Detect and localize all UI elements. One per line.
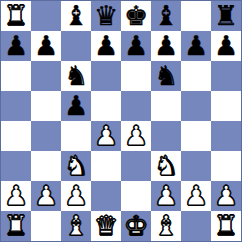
white-queen-piece[interactable]: ♛: [94, 212, 118, 239]
square-e1[interactable]: ♚: [121, 211, 151, 241]
square-f1[interactable]: ♝: [151, 211, 181, 241]
white-pawn-piece[interactable]: ♟: [154, 182, 178, 209]
square-d6[interactable]: [91, 61, 121, 91]
white-rook-piece[interactable]: ♜: [4, 2, 28, 29]
square-h2[interactable]: ♟: [211, 181, 241, 211]
white-bishop-piece[interactable]: ♝: [154, 212, 178, 239]
square-g4[interactable]: [181, 121, 211, 151]
black-pawn-piece[interactable]: ♟: [4, 32, 28, 59]
black-pawn-piece[interactable]: ♟: [154, 32, 178, 59]
white-pawn-piece[interactable]: ♟: [184, 182, 208, 209]
square-c7[interactable]: [61, 31, 91, 61]
square-d8[interactable]: ♛: [91, 1, 121, 31]
square-d2[interactable]: [91, 181, 121, 211]
square-b1[interactable]: [31, 211, 61, 241]
black-pawn-piece[interactable]: ♟: [214, 32, 238, 59]
square-b3[interactable]: [31, 151, 61, 181]
white-rook-piece[interactable]: ♜: [4, 212, 28, 239]
square-g5[interactable]: [181, 91, 211, 121]
square-h6[interactable]: [211, 61, 241, 91]
square-a7[interactable]: ♟: [1, 31, 31, 61]
square-e5[interactable]: [121, 91, 151, 121]
square-c1[interactable]: ♝: [61, 211, 91, 241]
square-b5[interactable]: [31, 91, 61, 121]
black-pawn-piece[interactable]: ♟: [64, 92, 88, 119]
square-h8[interactable]: ♜: [211, 1, 241, 31]
square-e4[interactable]: ♟: [121, 121, 151, 151]
white-pawn-piece[interactable]: ♟: [124, 122, 148, 149]
square-c4[interactable]: [61, 121, 91, 151]
square-c5[interactable]: ♟: [61, 91, 91, 121]
white-rook-piece[interactable]: ♜: [214, 212, 238, 239]
square-c8[interactable]: ♝: [61, 1, 91, 31]
white-pawn-piece[interactable]: ♟: [94, 122, 118, 149]
square-g3[interactable]: [181, 151, 211, 181]
square-b6[interactable]: [31, 61, 61, 91]
white-pawn-piece[interactable]: ♟: [34, 182, 58, 209]
square-g8[interactable]: [181, 1, 211, 31]
square-d4[interactable]: ♟: [91, 121, 121, 151]
square-f6[interactable]: ♞: [151, 61, 181, 91]
white-bishop-piece[interactable]: ♝: [64, 212, 88, 239]
black-rook-piece[interactable]: ♜: [214, 2, 238, 29]
square-h3[interactable]: [211, 151, 241, 181]
square-e3[interactable]: [121, 151, 151, 181]
square-g1[interactable]: [181, 211, 211, 241]
black-knight-piece[interactable]: ♞: [64, 62, 88, 89]
square-c2[interactable]: ♟: [61, 181, 91, 211]
square-b7[interactable]: ♟: [31, 31, 61, 61]
black-pawn-piece[interactable]: ♟: [94, 32, 118, 59]
square-d3[interactable]: [91, 151, 121, 181]
chess-board: ♜♝♛♚♝♜♟♟♟♟♟♟♟♞♞♟♟♟♞♞♟♟♟♟♟♟♜♝♛♚♝♜: [0, 0, 242, 242]
square-c6[interactable]: ♞: [61, 61, 91, 91]
square-f4[interactable]: [151, 121, 181, 151]
square-g6[interactable]: [181, 61, 211, 91]
black-pawn-piece[interactable]: ♟: [34, 32, 58, 59]
square-g7[interactable]: ♟: [181, 31, 211, 61]
square-h5[interactable]: [211, 91, 241, 121]
square-f5[interactable]: [151, 91, 181, 121]
square-b4[interactable]: [31, 121, 61, 151]
square-d7[interactable]: ♟: [91, 31, 121, 61]
black-pawn-piece[interactable]: ♟: [124, 32, 148, 59]
square-f8[interactable]: ♝: [151, 1, 181, 31]
square-a4[interactable]: [1, 121, 31, 151]
square-a2[interactable]: ♟: [1, 181, 31, 211]
square-a6[interactable]: [1, 61, 31, 91]
black-pawn-piece[interactable]: ♟: [184, 32, 208, 59]
square-a3[interactable]: [1, 151, 31, 181]
square-f3[interactable]: ♞: [151, 151, 181, 181]
white-king-piece[interactable]: ♚: [124, 212, 148, 239]
square-f7[interactable]: ♟: [151, 31, 181, 61]
square-c3[interactable]: ♞: [61, 151, 91, 181]
square-e2[interactable]: [121, 181, 151, 211]
square-h4[interactable]: [211, 121, 241, 151]
black-knight-piece[interactable]: ♞: [154, 62, 178, 89]
square-e6[interactable]: [121, 61, 151, 91]
white-pawn-piece[interactable]: ♟: [64, 182, 88, 209]
square-b2[interactable]: ♟: [31, 181, 61, 211]
square-f2[interactable]: ♟: [151, 181, 181, 211]
square-d1[interactable]: ♛: [91, 211, 121, 241]
black-bishop-piece[interactable]: ♝: [154, 2, 178, 29]
black-bishop-piece[interactable]: ♝: [64, 2, 88, 29]
white-knight-piece[interactable]: ♞: [154, 152, 178, 179]
square-h7[interactable]: ♟: [211, 31, 241, 61]
square-a8[interactable]: ♜: [1, 1, 31, 31]
square-e7[interactable]: ♟: [121, 31, 151, 61]
white-pawn-piece[interactable]: ♟: [214, 182, 238, 209]
white-knight-piece[interactable]: ♞: [64, 152, 88, 179]
black-queen-piece[interactable]: ♛: [94, 2, 118, 29]
square-d5[interactable]: [91, 91, 121, 121]
square-a5[interactable]: [1, 91, 31, 121]
square-a1[interactable]: ♜: [1, 211, 31, 241]
square-g2[interactable]: ♟: [181, 181, 211, 211]
black-king-piece[interactable]: ♚: [124, 2, 148, 29]
white-pawn-piece[interactable]: ♟: [4, 182, 28, 209]
square-e8[interactable]: ♚: [121, 1, 151, 31]
square-h1[interactable]: ♜: [211, 211, 241, 241]
square-b8[interactable]: [31, 1, 61, 31]
